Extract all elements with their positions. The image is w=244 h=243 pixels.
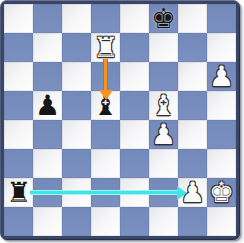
white-pawn-g2[interactable]: ♟ <box>178 178 207 207</box>
square-g8[interactable] <box>178 4 207 33</box>
square-b8[interactable] <box>33 4 62 33</box>
square-h4[interactable] <box>207 120 236 149</box>
square-h8[interactable] <box>207 4 236 33</box>
black-pawn-b5[interactable]: ♟ <box>33 91 62 120</box>
square-d6[interactable] <box>91 62 120 91</box>
square-h7[interactable] <box>207 33 236 62</box>
square-e5[interactable] <box>120 91 149 120</box>
square-g7[interactable] <box>178 33 207 62</box>
square-a5[interactable] <box>4 91 33 120</box>
square-c5[interactable] <box>62 91 91 120</box>
square-a7[interactable] <box>4 33 33 62</box>
square-d4[interactable] <box>91 120 120 149</box>
square-a8[interactable] <box>4 4 33 33</box>
square-g4[interactable] <box>178 120 207 149</box>
square-f6[interactable] <box>149 62 178 91</box>
square-c7[interactable] <box>62 33 91 62</box>
square-a4[interactable] <box>4 120 33 149</box>
square-c8[interactable] <box>62 4 91 33</box>
square-e1[interactable] <box>120 207 149 236</box>
square-f7[interactable] <box>149 33 178 62</box>
board-frame: ♚♜♟♟♝♝♟♜♟♚ <box>0 0 240 240</box>
square-e3[interactable] <box>120 149 149 178</box>
square-h5[interactable] <box>207 91 236 120</box>
black-rook-a2[interactable]: ♜ <box>4 178 33 207</box>
square-a3[interactable] <box>4 149 33 178</box>
white-king-h2[interactable]: ♚ <box>207 178 236 207</box>
square-b7[interactable] <box>33 33 62 62</box>
square-f1[interactable] <box>149 207 178 236</box>
square-c1[interactable] <box>62 207 91 236</box>
white-pawn-f4[interactable]: ♟ <box>149 120 178 149</box>
square-d1[interactable] <box>91 207 120 236</box>
square-d8[interactable] <box>91 4 120 33</box>
square-e4[interactable] <box>120 120 149 149</box>
square-g3[interactable] <box>178 149 207 178</box>
chess-board[interactable]: ♚♜♟♟♝♝♟♜♟♚ <box>4 4 236 236</box>
white-pawn-h6[interactable]: ♟ <box>207 62 236 91</box>
square-b6[interactable] <box>33 62 62 91</box>
square-f3[interactable] <box>149 149 178 178</box>
black-bishop-d5[interactable]: ♝ <box>91 91 120 120</box>
square-e8[interactable] <box>120 4 149 33</box>
square-d2[interactable] <box>91 178 120 207</box>
square-b3[interactable] <box>33 149 62 178</box>
square-c2[interactable] <box>62 178 91 207</box>
square-g6[interactable] <box>178 62 207 91</box>
square-a1[interactable] <box>4 207 33 236</box>
square-e7[interactable] <box>120 33 149 62</box>
square-c6[interactable] <box>62 62 91 91</box>
square-b1[interactable] <box>33 207 62 236</box>
square-h3[interactable] <box>207 149 236 178</box>
white-rook-d7[interactable]: ♜ <box>91 33 120 62</box>
square-a6[interactable] <box>4 62 33 91</box>
square-b4[interactable] <box>33 120 62 149</box>
square-d3[interactable] <box>91 149 120 178</box>
black-king-f8[interactable]: ♚ <box>149 4 178 33</box>
square-e6[interactable] <box>120 62 149 91</box>
square-f2[interactable] <box>149 178 178 207</box>
white-bishop-f5[interactable]: ♝ <box>149 91 178 120</box>
square-g1[interactable] <box>178 207 207 236</box>
square-c4[interactable] <box>62 120 91 149</box>
square-g5[interactable] <box>178 91 207 120</box>
square-h1[interactable] <box>207 207 236 236</box>
square-c3[interactable] <box>62 149 91 178</box>
square-e2[interactable] <box>120 178 149 207</box>
chess-app-screenshot: ♚♜♟♟♝♝♟♜♟♚ <box>0 0 244 243</box>
square-b2[interactable] <box>33 178 62 207</box>
